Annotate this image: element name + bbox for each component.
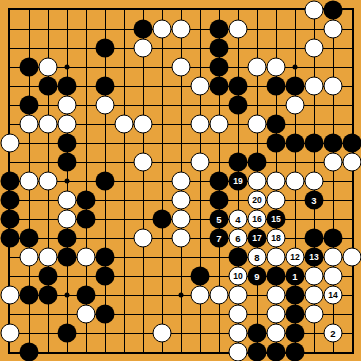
white-stone	[267, 305, 286, 324]
white-stone	[210, 286, 229, 305]
white-stone	[248, 172, 267, 191]
white-stone	[20, 115, 39, 134]
white-stone	[134, 39, 153, 58]
white-stone	[286, 172, 305, 191]
white-stone	[1, 286, 20, 305]
black-stone	[1, 229, 20, 248]
black-stone	[96, 77, 115, 96]
white-stone	[305, 77, 324, 96]
white-stone	[20, 248, 39, 267]
white-stone	[153, 324, 172, 343]
white-stone	[286, 96, 305, 115]
black-stone	[229, 96, 248, 115]
move-12-stone: 12	[286, 248, 305, 267]
black-stone	[267, 343, 286, 361]
move-16-stone: 16	[248, 210, 267, 229]
white-stone	[172, 191, 191, 210]
star-point	[179, 293, 184, 298]
white-stone	[248, 58, 267, 77]
white-stone	[343, 248, 361, 267]
white-stone	[210, 115, 229, 134]
black-stone	[286, 77, 305, 96]
move-15-stone: 15	[267, 210, 286, 229]
black-stone	[267, 267, 286, 286]
black-stone	[210, 77, 229, 96]
black-stone	[210, 191, 229, 210]
black-stone	[20, 343, 39, 361]
black-stone	[286, 343, 305, 361]
white-stone	[267, 248, 286, 267]
move-8-stone: 8	[248, 248, 267, 267]
black-stone	[229, 77, 248, 96]
move-17-stone: 17	[248, 229, 267, 248]
black-stone	[1, 191, 20, 210]
go-board[interactable]: 19203541615761718812131091142	[0, 0, 361, 361]
black-stone	[20, 58, 39, 77]
white-stone	[229, 305, 248, 324]
white-stone	[1, 324, 20, 343]
white-stone	[20, 172, 39, 191]
white-stone	[191, 115, 210, 134]
white-stone	[305, 286, 324, 305]
black-stone	[210, 20, 229, 39]
black-stone	[248, 324, 267, 343]
black-stone	[39, 77, 58, 96]
white-stone	[134, 229, 153, 248]
black-stone	[58, 134, 77, 153]
black-stone	[286, 134, 305, 153]
black-stone	[58, 153, 77, 172]
white-stone	[115, 115, 134, 134]
move-3-stone: 3	[305, 191, 324, 210]
black-stone	[343, 134, 361, 153]
white-stone	[267, 286, 286, 305]
white-stone	[248, 115, 267, 134]
black-stone	[324, 134, 343, 153]
white-stone	[229, 286, 248, 305]
move-6-stone: 6	[229, 229, 248, 248]
black-stone	[248, 343, 267, 361]
black-stone	[286, 324, 305, 343]
black-stone	[39, 286, 58, 305]
black-stone	[20, 229, 39, 248]
white-stone	[172, 20, 191, 39]
white-stone	[267, 324, 286, 343]
move-14-stone: 14	[324, 286, 343, 305]
white-stone	[324, 153, 343, 172]
white-stone	[153, 20, 172, 39]
white-stone	[229, 343, 248, 361]
white-stone	[267, 172, 286, 191]
white-stone	[172, 210, 191, 229]
black-stone	[229, 153, 248, 172]
black-stone	[134, 20, 153, 39]
white-stone	[305, 305, 324, 324]
white-stone	[134, 115, 153, 134]
move-13-stone: 13	[305, 248, 324, 267]
black-stone	[210, 58, 229, 77]
white-stone	[172, 58, 191, 77]
white-stone	[324, 77, 343, 96]
white-stone	[1, 134, 20, 153]
white-stone	[58, 210, 77, 229]
star-point	[293, 65, 298, 70]
white-stone	[305, 1, 324, 20]
black-stone	[58, 229, 77, 248]
white-stone	[77, 248, 96, 267]
move-19-stone: 19	[229, 172, 248, 191]
white-stone	[39, 248, 58, 267]
black-stone	[210, 172, 229, 191]
black-stone	[20, 286, 39, 305]
white-stone	[324, 267, 343, 286]
black-stone	[77, 210, 96, 229]
move-18-stone: 18	[267, 229, 286, 248]
black-stone	[96, 172, 115, 191]
black-stone	[248, 153, 267, 172]
black-stone	[77, 286, 96, 305]
white-stone	[229, 324, 248, 343]
black-stone	[96, 267, 115, 286]
white-stone	[229, 20, 248, 39]
move-7-stone: 7	[210, 229, 229, 248]
white-stone	[191, 153, 210, 172]
black-stone	[286, 305, 305, 324]
move-2-stone: 2	[324, 324, 343, 343]
black-stone	[324, 1, 343, 20]
black-stone	[305, 134, 324, 153]
black-stone	[1, 172, 20, 191]
black-stone	[229, 248, 248, 267]
move-20-stone: 20	[248, 191, 267, 210]
white-stone	[305, 172, 324, 191]
white-stone	[191, 77, 210, 96]
white-stone	[39, 58, 58, 77]
black-stone	[191, 267, 210, 286]
star-point	[65, 65, 70, 70]
white-stone	[191, 286, 210, 305]
black-stone	[58, 77, 77, 96]
white-stone	[305, 39, 324, 58]
move-9-stone: 9	[248, 267, 267, 286]
black-stone	[286, 286, 305, 305]
move-1-stone: 1	[286, 267, 305, 286]
star-point	[65, 179, 70, 184]
star-point	[65, 293, 70, 298]
black-stone	[267, 134, 286, 153]
white-stone	[267, 191, 286, 210]
move-5-stone: 5	[210, 210, 229, 229]
white-stone	[305, 267, 324, 286]
white-stone	[58, 115, 77, 134]
black-stone	[39, 267, 58, 286]
white-stone	[58, 96, 77, 115]
black-stone	[77, 191, 96, 210]
white-stone	[134, 153, 153, 172]
black-stone	[1, 210, 20, 229]
black-stone	[58, 324, 77, 343]
black-stone	[153, 210, 172, 229]
white-stone	[172, 229, 191, 248]
black-stone	[210, 39, 229, 58]
black-stone	[305, 229, 324, 248]
move-4-stone: 4	[229, 210, 248, 229]
black-stone	[324, 229, 343, 248]
white-stone	[324, 248, 343, 267]
white-stone	[39, 115, 58, 134]
white-stone	[39, 172, 58, 191]
black-stone	[96, 248, 115, 267]
screenshot-root: 19203541615761718812131091142	[0, 0, 361, 361]
black-stone	[20, 96, 39, 115]
white-stone	[58, 191, 77, 210]
move-10-stone: 10	[229, 267, 248, 286]
black-stone	[267, 115, 286, 134]
white-stone	[324, 20, 343, 39]
white-stone	[172, 172, 191, 191]
white-stone	[96, 96, 115, 115]
black-stone	[96, 305, 115, 324]
white-stone	[343, 153, 361, 172]
black-stone	[267, 77, 286, 96]
black-stone	[58, 248, 77, 267]
black-stone	[96, 39, 115, 58]
white-stone	[267, 58, 286, 77]
white-stone	[77, 305, 96, 324]
